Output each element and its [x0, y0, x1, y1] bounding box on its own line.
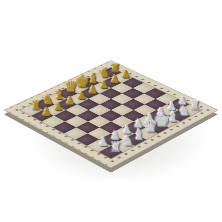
- piece-silver-knight: ♞: [176, 104, 192, 118]
- piece-silver-pawn: ♟: [175, 96, 191, 107]
- square-d4: [100, 110, 123, 122]
- square-h3: [156, 93, 178, 104]
- product-photo: ♜♞♝♛♚♝♞♜♟♟♟♟♟♟♟♟♟♟♟♟♟♟♟♟♜♞♝♛♚♝♞♜: [0, 0, 222, 222]
- piece-silver-rook: ♜: [187, 100, 203, 113]
- piece-gold-queen: ♛: [63, 80, 79, 95]
